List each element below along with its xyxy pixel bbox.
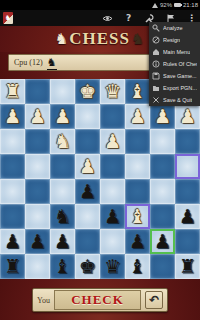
menu-item-analyze[interactable]: Analyze: [149, 22, 200, 34]
white-pawn-f2: ♟: [54, 104, 71, 129]
close-icon: [152, 96, 160, 104]
menu-item-resign[interactable]: Resign: [149, 34, 200, 46]
square-h5[interactable]: [0, 179, 25, 204]
white-bishop-c6: ♝: [129, 204, 146, 229]
square-a6[interactable]: ♟: [175, 204, 200, 229]
opponent-name: Cpu (12): [14, 58, 43, 67]
square-d1[interactable]: ♛: [100, 79, 125, 104]
square-h7[interactable]: ♟: [0, 229, 25, 254]
square-d4[interactable]: [100, 154, 125, 179]
white-pawn-a2: ♟: [179, 104, 196, 129]
white-pawn-d3: ♟: [104, 129, 121, 154]
battery-icon: [174, 3, 181, 7]
black-pawn-h7: ♟: [4, 229, 21, 254]
square-e1[interactable]: ♚: [75, 79, 100, 104]
square-f5[interactable]: [50, 179, 75, 204]
square-a7[interactable]: [175, 229, 200, 254]
magnifier-icon: [152, 24, 160, 32]
square-d5[interactable]: [100, 179, 125, 204]
square-a4[interactable]: [175, 154, 200, 179]
info-icon: [152, 60, 160, 68]
title-knight-icon: ♞: [55, 30, 68, 48]
square-b2[interactable]: ♟: [150, 104, 175, 129]
square-f2[interactable]: ♟: [50, 104, 75, 129]
black-pawn-b7: ♟: [154, 229, 171, 254]
white-bishop-c1: ♝: [129, 79, 146, 104]
player-status-bar: You CHECK ↶: [32, 288, 168, 312]
white-pawn-h2: ♟: [4, 104, 21, 129]
square-h3[interactable]: [0, 129, 25, 154]
menu-item-rules[interactable]: Rules Of Chess: [149, 58, 200, 70]
status-tile: CHECK: [54, 290, 141, 310]
home-icon: [152, 48, 160, 56]
white-pawn-c2: ♟: [129, 104, 146, 129]
square-c5[interactable]: [125, 179, 150, 204]
square-a5[interactable]: [175, 179, 200, 204]
eye-icon[interactable]: [102, 13, 113, 24]
square-f4[interactable]: [50, 154, 75, 179]
square-g8[interactable]: [25, 254, 50, 279]
resign-icon: [152, 36, 160, 44]
square-c2[interactable]: ♟: [125, 104, 150, 129]
square-b8[interactable]: [150, 254, 175, 279]
black-pawn-a6: ♟: [179, 204, 196, 229]
signal-icon: [152, 3, 158, 8]
menu-item-export-pgn[interactable]: Export PGN...: [149, 82, 200, 94]
white-pawn-g2: ♟: [29, 104, 46, 129]
black-bishop-c8: ♝: [129, 254, 146, 279]
square-g4[interactable]: [25, 154, 50, 179]
player-label: You: [37, 296, 50, 305]
square-f1[interactable]: [50, 79, 75, 104]
square-d7[interactable]: [100, 229, 125, 254]
chess-app-icon: ♞: [3, 12, 13, 24]
square-g6[interactable]: [25, 204, 50, 229]
export-icon: [152, 84, 160, 92]
square-a8[interactable]: ♜: [175, 254, 200, 279]
menu-item-save-game[interactable]: Save Game...: [149, 70, 200, 82]
square-h6[interactable]: [0, 204, 25, 229]
square-g1[interactable]: [25, 79, 50, 104]
square-d2[interactable]: [100, 104, 125, 129]
square-c7[interactable]: ♟: [125, 229, 150, 254]
status-bar: 92% 21:18: [0, 0, 200, 10]
black-knight-f6: ♞: [54, 204, 71, 229]
square-f6[interactable]: ♞: [50, 204, 75, 229]
help-icon[interactable]: ?: [123, 13, 134, 24]
clock: 21:18: [183, 0, 198, 10]
square-h2[interactable]: ♟: [0, 104, 25, 129]
title-knight-icon-right: ♞: [131, 30, 144, 48]
square-h4[interactable]: [0, 154, 25, 179]
square-d8[interactable]: ♛: [100, 254, 125, 279]
white-pawn-b2: ♟: [154, 104, 171, 129]
black-pawn-d6: ♟: [104, 204, 121, 229]
square-c3[interactable]: [125, 129, 150, 154]
undo-button[interactable]: ↶: [145, 291, 163, 309]
square-b6[interactable]: [150, 204, 175, 229]
square-b5[interactable]: [150, 179, 175, 204]
square-e7[interactable]: [75, 229, 100, 254]
square-g3[interactable]: [25, 129, 50, 154]
square-f8[interactable]: ♝: [50, 254, 75, 279]
white-knight-f3: ♞: [54, 129, 71, 154]
square-g7[interactable]: ♟: [25, 229, 50, 254]
black-queen-d8: ♛: [104, 254, 121, 279]
black-bishop-f8: ♝: [54, 254, 71, 279]
black-rook-h8: ♜: [4, 254, 21, 279]
black-pawn-f7: ♟: [54, 229, 71, 254]
white-rook-h1: ♜: [4, 79, 21, 104]
square-d6[interactable]: ♟: [100, 204, 125, 229]
square-h8[interactable]: ♜: [0, 254, 25, 279]
menu-item-save-quit[interactable]: Save & Quit: [149, 94, 200, 106]
square-c4[interactable]: [125, 154, 150, 179]
app-title: CHESS: [69, 29, 130, 49]
square-b7[interactable]: ♟: [150, 229, 175, 254]
black-pawn-g7: ♟: [29, 229, 46, 254]
square-g2[interactable]: ♟: [25, 104, 50, 129]
square-e3[interactable]: [75, 129, 100, 154]
check-status: CHECK: [71, 292, 124, 308]
square-f7[interactable]: ♟: [50, 229, 75, 254]
white-pawn-e4: ♟: [79, 154, 96, 179]
square-a3[interactable]: [175, 129, 200, 154]
square-f3[interactable]: ♞: [50, 129, 75, 154]
black-rook-a8: ♜: [179, 254, 196, 279]
square-g5[interactable]: [25, 179, 50, 204]
square-e4[interactable]: ♟: [75, 154, 100, 179]
overflow-menu: Analyze Resign Main Menu Rules Of Chess …: [149, 22, 200, 106]
square-e2[interactable]: [75, 104, 100, 129]
battery-percent: 92%: [160, 0, 172, 10]
square-e5[interactable]: ♟: [75, 179, 100, 204]
black-king-e8: ♚: [79, 254, 96, 279]
square-d3[interactable]: ♟: [100, 129, 125, 154]
square-b3[interactable]: [150, 129, 175, 154]
chess-board[interactable]: ♜♚♛♝♞♜♟♟♟♟♟♟♞♟♟♟♞♟♝♟♟♟♟♟♟♜♝♚♛♝♜: [0, 79, 200, 279]
square-b4[interactable]: [150, 154, 175, 179]
menu-item-main-menu[interactable]: Main Menu: [149, 46, 200, 58]
black-pawn-e5: ♟: [79, 179, 96, 204]
save-icon: [152, 72, 160, 80]
opponent-piece-icon: ♞: [47, 56, 57, 70]
square-a2[interactable]: ♟: [175, 104, 200, 129]
square-e6[interactable]: [75, 204, 100, 229]
square-c1[interactable]: ♝: [125, 79, 150, 104]
black-pawn-c7: ♟: [129, 229, 146, 254]
square-c6[interactable]: ♝: [125, 204, 150, 229]
square-h1[interactable]: ♜: [0, 79, 25, 104]
white-queen-d1: ♛: [104, 79, 121, 104]
square-e8[interactable]: ♚: [75, 254, 100, 279]
white-king-e1: ♚: [79, 79, 96, 104]
square-c8[interactable]: ♝: [125, 254, 150, 279]
